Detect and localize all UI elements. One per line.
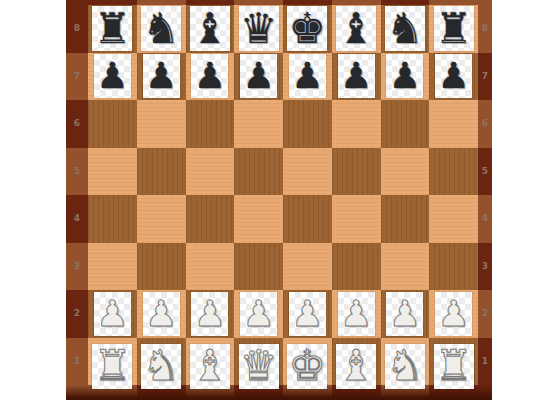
piece-white-pawn[interactable]: ♟ — [340, 296, 372, 332]
square-a2[interactable]: ♟ — [88, 290, 137, 338]
square-g5[interactable] — [381, 148, 430, 196]
piece-tile: ♟ — [338, 54, 375, 98]
piece-white-knight[interactable]: ♞ — [142, 345, 180, 387]
square-b2[interactable]: ♟ — [137, 290, 186, 338]
square-d6[interactable] — [234, 100, 283, 148]
piece-tile: ♝ — [190, 6, 230, 51]
rank-label-left-3: 3 — [66, 243, 88, 291]
piece-tile: ♞ — [141, 6, 181, 51]
chess-board: 8♜♞♝♛♚♝♞♜87♟♟♟♟♟♟♟♟7665544332♟♟♟♟♟♟♟♟21♜… — [66, 0, 492, 400]
piece-white-pawn[interactable]: ♟ — [145, 296, 177, 332]
rank-label-left-1: 1 — [66, 338, 88, 386]
square-h3[interactable] — [429, 243, 478, 291]
piece-tile: ♚ — [287, 6, 327, 51]
piece-white-pawn[interactable]: ♟ — [96, 296, 128, 332]
square-f7[interactable]: ♟ — [332, 53, 381, 101]
piece-white-rook[interactable]: ♜ — [435, 345, 473, 387]
square-c2[interactable]: ♟ — [186, 290, 235, 338]
square-g4[interactable] — [381, 195, 430, 243]
piece-black-rook[interactable]: ♜ — [94, 8, 132, 50]
piece-black-pawn[interactable]: ♟ — [291, 58, 323, 94]
piece-tile: ♛ — [239, 344, 279, 389]
rank-label-left-6: 6 — [66, 100, 88, 148]
piece-black-pawn[interactable]: ♟ — [340, 58, 372, 94]
piece-white-bishop[interactable]: ♝ — [337, 345, 375, 387]
piece-tile: ♟ — [94, 292, 131, 336]
square-g2[interactable]: ♟ — [381, 290, 430, 338]
piece-tile: ♜ — [92, 344, 132, 389]
rank-label-left-8: 8 — [66, 5, 88, 53]
square-f1[interactable]: ♝ — [332, 338, 381, 386]
piece-tile: ♟ — [240, 54, 277, 98]
rank-label-right-4: 4 — [478, 195, 492, 243]
rank-label: 5 — [482, 167, 488, 176]
square-g7[interactable]: ♟ — [381, 53, 430, 101]
rank-label: 4 — [482, 214, 488, 223]
piece-black-pawn[interactable]: ♟ — [389, 58, 421, 94]
piece-white-pawn[interactable]: ♟ — [389, 296, 421, 332]
square-a8[interactable]: ♜ — [88, 5, 137, 53]
square-f6[interactable] — [332, 100, 381, 148]
piece-tile: ♟ — [240, 292, 277, 336]
rank-label: 2 — [482, 309, 488, 318]
square-c8[interactable]: ♝ — [186, 5, 235, 53]
square-h2[interactable]: ♟ — [429, 290, 478, 338]
square-a1[interactable]: ♜ — [88, 338, 137, 386]
piece-tile: ♟ — [289, 292, 326, 336]
piece-black-bishop[interactable]: ♝ — [191, 8, 229, 50]
square-h8[interactable]: ♜ — [429, 5, 478, 53]
piece-white-rook[interactable]: ♜ — [94, 345, 132, 387]
square-h1[interactable]: ♜ — [429, 338, 478, 386]
piece-tile: ♛ — [239, 6, 279, 51]
piece-tile: ♟ — [386, 292, 423, 336]
piece-black-rook[interactable]: ♜ — [435, 8, 473, 50]
rank-label: 1 — [74, 357, 80, 366]
square-d7[interactable]: ♟ — [234, 53, 283, 101]
rank-label: 5 — [74, 167, 80, 176]
square-d8[interactable]: ♛ — [234, 5, 283, 53]
piece-tile: ♟ — [435, 54, 472, 98]
piece-white-pawn[interactable]: ♟ — [194, 296, 226, 332]
rank-label-right-6: 6 — [478, 100, 492, 148]
square-a7[interactable]: ♟ — [88, 53, 137, 101]
rank-label: 7 — [482, 72, 488, 81]
square-h5[interactable] — [429, 148, 478, 196]
piece-tile: ♟ — [386, 54, 423, 98]
rank-label: 7 — [74, 72, 80, 81]
piece-black-queen[interactable]: ♛ — [240, 8, 278, 50]
square-e5[interactable] — [283, 148, 332, 196]
square-f2[interactable]: ♟ — [332, 290, 381, 338]
rank-label-right-2: 2 — [478, 290, 492, 338]
square-d5[interactable] — [234, 148, 283, 196]
rank-label-left-4: 4 — [66, 195, 88, 243]
rank-label: 3 — [482, 262, 488, 271]
square-b1[interactable]: ♞ — [137, 338, 186, 386]
rank-label: 1 — [482, 357, 488, 366]
piece-tile: ♝ — [336, 344, 376, 389]
rank-label-right-3: 3 — [478, 243, 492, 291]
square-e4[interactable] — [283, 195, 332, 243]
rank-label-right-8: 8 — [478, 5, 492, 53]
piece-white-pawn[interactable]: ♟ — [291, 296, 323, 332]
piece-black-pawn[interactable]: ♟ — [145, 58, 177, 94]
square-a4[interactable] — [88, 195, 137, 243]
piece-tile: ♟ — [94, 54, 131, 98]
rank-label: 4 — [74, 214, 80, 223]
square-f4[interactable] — [332, 195, 381, 243]
piece-tile: ♟ — [191, 54, 228, 98]
piece-tile: ♝ — [336, 6, 376, 51]
rank-label: 8 — [74, 24, 80, 33]
piece-tile: ♜ — [92, 6, 132, 51]
square-c3[interactable] — [186, 243, 235, 291]
square-b4[interactable] — [137, 195, 186, 243]
piece-tile: ♞ — [141, 344, 181, 389]
rank-label: 8 — [482, 24, 488, 33]
square-e8[interactable]: ♚ — [283, 5, 332, 53]
square-a3[interactable] — [88, 243, 137, 291]
square-g3[interactable] — [381, 243, 430, 291]
piece-white-bishop[interactable]: ♝ — [191, 345, 229, 387]
square-b3[interactable] — [137, 243, 186, 291]
square-f5[interactable] — [332, 148, 381, 196]
board-border-corner-bottom-right — [478, 385, 492, 400]
square-f3[interactable] — [332, 243, 381, 291]
square-e7[interactable]: ♟ — [283, 53, 332, 101]
piece-black-knight[interactable]: ♞ — [386, 8, 424, 50]
piece-tile: ♞ — [385, 6, 425, 51]
square-d4[interactable] — [234, 195, 283, 243]
piece-black-knight[interactable]: ♞ — [142, 8, 180, 50]
square-c7[interactable]: ♟ — [186, 53, 235, 101]
rank-label-right-5: 5 — [478, 148, 492, 196]
rank-label-left-2: 2 — [66, 290, 88, 338]
square-g8[interactable]: ♞ — [381, 5, 430, 53]
square-b8[interactable]: ♞ — [137, 5, 186, 53]
piece-tile: ♟ — [289, 54, 326, 98]
piece-black-bishop[interactable]: ♝ — [337, 8, 375, 50]
piece-white-pawn[interactable]: ♟ — [242, 296, 274, 332]
page-background: { "game": "chess", "position": "rnbqkbnr… — [0, 0, 560, 400]
piece-black-pawn[interactable]: ♟ — [242, 58, 274, 94]
rank-label-right-7: 7 — [478, 53, 492, 101]
piece-tile: ♟ — [338, 292, 375, 336]
square-f8[interactable]: ♝ — [332, 5, 381, 53]
square-g6[interactable] — [381, 100, 430, 148]
piece-tile: ♚ — [287, 344, 327, 389]
square-d1[interactable]: ♛ — [234, 338, 283, 386]
piece-tile: ♟ — [143, 292, 180, 336]
square-h4[interactable] — [429, 195, 478, 243]
piece-black-king[interactable]: ♚ — [289, 8, 327, 50]
piece-tile: ♝ — [190, 344, 230, 389]
rank-label: 6 — [482, 119, 488, 128]
square-d2[interactable]: ♟ — [234, 290, 283, 338]
square-b6[interactable] — [137, 100, 186, 148]
piece-tile: ♜ — [434, 344, 474, 389]
rank-label-right-1: 1 — [478, 338, 492, 386]
square-b5[interactable] — [137, 148, 186, 196]
square-e6[interactable] — [283, 100, 332, 148]
rank-label-left-5: 5 — [66, 148, 88, 196]
piece-white-king[interactable]: ♚ — [289, 345, 327, 387]
square-c5[interactable] — [186, 148, 235, 196]
rank-label: 2 — [74, 309, 80, 318]
piece-tile: ♟ — [435, 292, 472, 336]
piece-white-queen[interactable]: ♛ — [240, 345, 278, 387]
piece-black-pawn[interactable]: ♟ — [194, 58, 226, 94]
piece-black-pawn[interactable]: ♟ — [96, 58, 128, 94]
square-c1[interactable]: ♝ — [186, 338, 235, 386]
square-e2[interactable]: ♟ — [283, 290, 332, 338]
rank-label: 6 — [74, 119, 80, 128]
piece-tile: ♟ — [191, 292, 228, 336]
square-h6[interactable] — [429, 100, 478, 148]
board-border-corner-bottom-left — [66, 385, 88, 400]
square-d3[interactable] — [234, 243, 283, 291]
square-b7[interactable]: ♟ — [137, 53, 186, 101]
piece-tile: ♞ — [385, 344, 425, 389]
square-e3[interactable] — [283, 243, 332, 291]
square-a5[interactable] — [88, 148, 137, 196]
square-a6[interactable] — [88, 100, 137, 148]
piece-white-pawn[interactable]: ♟ — [437, 296, 469, 332]
square-c4[interactable] — [186, 195, 235, 243]
rank-label: 3 — [74, 262, 80, 271]
piece-tile: ♟ — [143, 54, 180, 98]
rank-label-left-7: 7 — [66, 53, 88, 101]
piece-tile: ♜ — [434, 6, 474, 51]
square-g1[interactable]: ♞ — [381, 338, 430, 386]
square-h7[interactable]: ♟ — [429, 53, 478, 101]
piece-white-knight[interactable]: ♞ — [386, 345, 424, 387]
square-e1[interactable]: ♚ — [283, 338, 332, 386]
square-c6[interactable] — [186, 100, 235, 148]
piece-black-pawn[interactable]: ♟ — [437, 58, 469, 94]
